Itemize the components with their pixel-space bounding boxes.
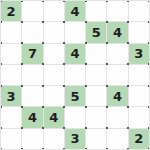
cell-r6c4[interactable]: [86, 129, 106, 149]
clue-cell-r5c1[interactable]: 4: [22, 107, 42, 127]
clue-cell-r6c3[interactable]: 3: [65, 129, 85, 149]
cell-r0c2[interactable]: [44, 1, 64, 21]
cell-r6c0[interactable]: [1, 129, 21, 149]
cell-r6c1[interactable]: [22, 129, 42, 149]
cell-r1c2[interactable]: [44, 22, 64, 42]
clue-cell-r4c0[interactable]: 3: [1, 86, 21, 106]
cell-r2c2[interactable]: [44, 44, 64, 64]
clue-cell-r4c3[interactable]: 5: [65, 86, 85, 106]
puzzle-board: 24547433544432: [0, 0, 150, 150]
cell-r5c3[interactable]: [65, 107, 85, 127]
cell-r4c1[interactable]: [22, 86, 42, 106]
cell-r3c1[interactable]: [22, 65, 42, 85]
cell-r3c4[interactable]: [86, 65, 106, 85]
cell-r0c1[interactable]: [22, 1, 42, 21]
cell-r1c1[interactable]: [22, 22, 42, 42]
cell-r1c6[interactable]: [129, 22, 149, 42]
cell-r5c5[interactable]: [107, 107, 127, 127]
cell-r5c4[interactable]: [86, 107, 106, 127]
cell-r6c2[interactable]: [44, 129, 64, 149]
cell-r3c3[interactable]: [65, 65, 85, 85]
cell-r5c0[interactable]: [1, 107, 21, 127]
clue-cell-r1c5[interactable]: 4: [107, 22, 127, 42]
cell-r4c4[interactable]: [86, 86, 106, 106]
clue-cell-r4c5[interactable]: 4: [107, 86, 127, 106]
clue-cell-r1c4[interactable]: 5: [86, 22, 106, 42]
clue-cell-r0c0[interactable]: 2: [1, 1, 21, 21]
cell-r0c5[interactable]: [107, 1, 127, 21]
cell-r3c5[interactable]: [107, 65, 127, 85]
cell-r2c0[interactable]: [1, 44, 21, 64]
cell-r2c5[interactable]: [107, 44, 127, 64]
cell-r2c4[interactable]: [86, 44, 106, 64]
clue-cell-r6c6[interactable]: 2: [129, 129, 149, 149]
cell-r3c0[interactable]: [1, 65, 21, 85]
cell-r4c6[interactable]: [129, 86, 149, 106]
cell-r3c2[interactable]: [44, 65, 64, 85]
cell-r5c6[interactable]: [129, 107, 149, 127]
clue-cell-r5c2[interactable]: 4: [44, 107, 64, 127]
clue-cell-r0c3[interactable]: 4: [65, 1, 85, 21]
cell-r0c4[interactable]: [86, 1, 106, 21]
clue-cell-r2c6[interactable]: 3: [129, 44, 149, 64]
cell-r1c0[interactable]: [1, 22, 21, 42]
cell-r4c2[interactable]: [44, 86, 64, 106]
cell-r3c6[interactable]: [129, 65, 149, 85]
clue-cell-r2c1[interactable]: 7: [22, 44, 42, 64]
cell-r0c6[interactable]: [129, 1, 149, 21]
cell-r1c3[interactable]: [65, 22, 85, 42]
cell-r6c5[interactable]: [107, 129, 127, 149]
clue-cell-r2c3[interactable]: 4: [65, 44, 85, 64]
